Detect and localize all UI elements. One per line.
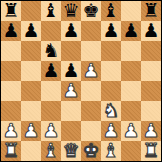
- square-g6[interactable]: [121, 41, 141, 61]
- square-c5[interactable]: ♟: [41, 61, 61, 81]
- black-pawn[interactable]: ♟: [122, 21, 139, 40]
- square-d5[interactable]: ♟: [61, 61, 81, 81]
- white-bishop[interactable]: ♝: [42, 141, 59, 160]
- square-a3[interactable]: [1, 101, 21, 121]
- black-bishop[interactable]: ♝: [102, 1, 119, 20]
- black-bishop[interactable]: ♝: [42, 1, 59, 20]
- black-pawn[interactable]: ♟: [62, 61, 79, 80]
- black-pawn[interactable]: ♟: [42, 61, 59, 80]
- square-c6[interactable]: ♞: [41, 41, 61, 61]
- black-rook[interactable]: ♜: [142, 1, 159, 20]
- white-pawn[interactable]: ♟: [62, 81, 79, 100]
- square-c7[interactable]: [41, 21, 61, 41]
- white-pawn[interactable]: ♟: [22, 121, 39, 140]
- square-c8[interactable]: ♝: [41, 1, 61, 21]
- square-g3[interactable]: [121, 101, 141, 121]
- square-a7[interactable]: ♟: [1, 21, 21, 41]
- square-e8[interactable]: ♚: [81, 1, 101, 21]
- square-h7[interactable]: ♟: [141, 21, 161, 41]
- square-b2[interactable]: ♟: [21, 121, 41, 141]
- black-pawn[interactable]: ♟: [22, 21, 39, 40]
- square-b1[interactable]: [21, 141, 41, 161]
- black-pawn[interactable]: ♟: [2, 21, 19, 40]
- white-pawn[interactable]: ♟: [122, 121, 139, 140]
- square-f1[interactable]: ♝: [101, 141, 121, 161]
- square-b4[interactable]: [21, 81, 41, 101]
- square-h4[interactable]: [141, 81, 161, 101]
- square-f5[interactable]: [101, 61, 121, 81]
- square-e1[interactable]: ♚: [81, 141, 101, 161]
- black-pawn[interactable]: ♟: [62, 21, 79, 40]
- square-b7[interactable]: ♟: [21, 21, 41, 41]
- square-h1[interactable]: ♜: [141, 141, 161, 161]
- square-h3[interactable]: [141, 101, 161, 121]
- white-pawn[interactable]: ♟: [42, 121, 59, 140]
- square-f4[interactable]: [101, 81, 121, 101]
- square-b3[interactable]: [21, 101, 41, 121]
- white-rook[interactable]: ♜: [2, 141, 19, 160]
- square-f6[interactable]: [101, 41, 121, 61]
- black-pawn[interactable]: ♟: [102, 21, 119, 40]
- black-queen[interactable]: ♛: [62, 1, 79, 20]
- square-c4[interactable]: [41, 81, 61, 101]
- square-e3[interactable]: [81, 101, 101, 121]
- square-b8[interactable]: [21, 1, 41, 21]
- chess-board: ♜♝♛♚♝♜♟♟♟♟♟♟♞♟♟♟♟♞♟♟♟♟♟♟♜♝♛♚♝♜: [1, 1, 161, 161]
- square-c2[interactable]: ♟: [41, 121, 61, 141]
- square-f3[interactable]: ♞: [101, 101, 121, 121]
- square-b6[interactable]: [21, 41, 41, 61]
- white-bishop[interactable]: ♝: [102, 141, 119, 160]
- square-h8[interactable]: ♜: [141, 1, 161, 21]
- square-a5[interactable]: [1, 61, 21, 81]
- square-a4[interactable]: [1, 81, 21, 101]
- white-king[interactable]: ♚: [82, 141, 99, 160]
- square-e2[interactable]: [81, 121, 101, 141]
- white-pawn[interactable]: ♟: [2, 121, 19, 140]
- white-rook[interactable]: ♜: [142, 141, 159, 160]
- square-g8[interactable]: [121, 1, 141, 21]
- black-pawn[interactable]: ♟: [142, 21, 159, 40]
- square-d1[interactable]: ♛: [61, 141, 81, 161]
- square-h2[interactable]: ♟: [141, 121, 161, 141]
- square-c3[interactable]: [41, 101, 61, 121]
- square-a6[interactable]: [1, 41, 21, 61]
- chess-board-frame: ♜♝♛♚♝♜♟♟♟♟♟♟♞♟♟♟♟♞♟♟♟♟♟♟♜♝♛♚♝♜: [0, 0, 162, 162]
- white-pawn[interactable]: ♟: [102, 121, 119, 140]
- black-king[interactable]: ♚: [82, 1, 99, 20]
- white-queen[interactable]: ♛: [62, 141, 79, 160]
- square-g1[interactable]: [121, 141, 141, 161]
- square-d7[interactable]: ♟: [61, 21, 81, 41]
- square-g4[interactable]: [121, 81, 141, 101]
- square-e5[interactable]: ♟: [81, 61, 101, 81]
- square-e7[interactable]: [81, 21, 101, 41]
- square-d4[interactable]: ♟: [61, 81, 81, 101]
- square-f7[interactable]: ♟: [101, 21, 121, 41]
- square-g5[interactable]: [121, 61, 141, 81]
- white-pawn[interactable]: ♟: [142, 121, 159, 140]
- square-a2[interactable]: ♟: [1, 121, 21, 141]
- square-e4[interactable]: [81, 81, 101, 101]
- white-knight[interactable]: ♞: [102, 101, 119, 120]
- square-h5[interactable]: [141, 61, 161, 81]
- square-a8[interactable]: ♜: [1, 1, 21, 21]
- square-d6[interactable]: [61, 41, 81, 61]
- square-d3[interactable]: [61, 101, 81, 121]
- square-e6[interactable]: [81, 41, 101, 61]
- square-f8[interactable]: ♝: [101, 1, 121, 21]
- square-h6[interactable]: [141, 41, 161, 61]
- white-pawn[interactable]: ♟: [82, 61, 99, 80]
- square-g7[interactable]: ♟: [121, 21, 141, 41]
- square-d8[interactable]: ♛: [61, 1, 81, 21]
- square-f2[interactable]: ♟: [101, 121, 121, 141]
- square-g2[interactable]: ♟: [121, 121, 141, 141]
- square-b5[interactable]: [21, 61, 41, 81]
- black-rook[interactable]: ♜: [2, 1, 19, 20]
- square-d2[interactable]: [61, 121, 81, 141]
- square-a1[interactable]: ♜: [1, 141, 21, 161]
- square-c1[interactable]: ♝: [41, 141, 61, 161]
- black-knight[interactable]: ♞: [42, 41, 59, 60]
